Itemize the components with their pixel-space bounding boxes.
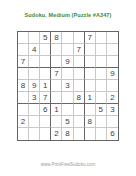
cell-r4c4: 7 [51,68,62,80]
cell-r7c6 [74,104,85,116]
cell-r4c9: 9 [107,68,118,80]
cell-r2c6: 7 [74,44,85,56]
cell-r5c9 [107,80,118,92]
cell-r2c5 [62,44,73,56]
cell-r3c1: 7 [18,56,29,68]
cell-r7c5 [62,104,73,116]
cell-r7c9: 3 [107,104,118,116]
cell-r7c7 [85,104,96,116]
cell-r4c2 [29,68,40,80]
cell-r1c3: 5 [40,32,51,44]
cell-r3c3 [40,56,51,68]
cell-r2c1 [18,44,29,56]
cell-r9c6 [74,128,85,140]
cell-r8c5: 5 [62,116,73,128]
cell-r8c8 [96,116,107,128]
cell-r6c4 [51,92,62,104]
cell-r2c4 [51,44,62,56]
cell-r6c7: 1 [85,92,96,104]
page-title: Sudoku, Medium (Puzzle #A347) [0,12,136,18]
cell-r8c1: 2 [18,116,29,128]
cell-r2c2: 4 [29,44,40,56]
cell-r1c6 [74,32,85,44]
cell-r1c2 [29,32,40,44]
cell-r8c7: 8 [85,116,96,128]
cell-r4c6 [74,68,85,80]
cell-r9c3 [40,128,51,140]
cell-r9c5: 8 [62,128,73,140]
cell-r6c3: 7 [40,92,51,104]
cell-r9c8 [96,128,107,140]
cell-r2c3 [40,44,51,56]
cell-r4c1 [18,68,29,80]
cell-r7c4: 1 [51,104,62,116]
cell-r1c5 [62,32,73,44]
cell-r3c8 [96,56,107,68]
cell-r3c2 [29,56,40,68]
cell-r5c7 [85,80,96,92]
cell-r5c8 [96,80,107,92]
cell-r8c3 [40,116,51,128]
cell-r9c2 [29,128,40,140]
cell-r7c1 [18,104,29,116]
cell-r4c5 [62,68,73,80]
cell-r2c9 [107,44,118,56]
cell-r5c2: 9 [29,80,40,92]
cell-r6c2: 3 [29,92,40,104]
cell-r5c3: 1 [40,80,51,92]
cell-r9c4: 2 [51,128,62,140]
sudoku-board: 5874779798913378126153258286 [17,31,119,141]
cell-r8c4 [51,116,62,128]
cell-r9c7 [85,128,96,140]
cell-r8c6 [74,116,85,128]
cell-r1c4: 8 [51,32,62,44]
cell-r7c8: 5 [96,104,107,116]
cell-r4c3 [40,68,51,80]
cell-r9c9: 6 [107,128,118,140]
cell-r1c8 [96,32,107,44]
cell-r1c1 [18,32,29,44]
cell-r3c5: 9 [62,56,73,68]
cell-r4c8 [96,68,107,80]
cell-r6c8 [96,92,107,104]
cell-r3c7 [85,56,96,68]
cell-r2c8 [96,44,107,56]
cell-r9c1 [18,128,29,140]
cell-r5c4 [51,80,62,92]
cell-r5c5: 3 [62,80,73,92]
cell-r3c4 [51,56,62,68]
cell-r1c9 [107,32,118,44]
cell-r5c1: 8 [18,80,29,92]
cell-r3c9 [107,56,118,68]
cell-r2c7 [85,44,96,56]
cell-r5c6 [74,80,85,92]
cell-r7c2 [29,104,40,116]
cell-r8c2 [29,116,40,128]
cell-r8c9 [107,116,118,128]
cell-r3c6 [74,56,85,68]
cell-r7c3: 6 [40,104,51,116]
cell-r4c7 [85,68,96,80]
cell-r6c5 [62,92,73,104]
footer-url: www.PrintFreeSudoku.com [0,162,136,167]
cell-r6c9: 2 [107,92,118,104]
cell-r6c1 [18,92,29,104]
cell-r1c7: 7 [85,32,96,44]
cell-r6c6: 8 [74,92,85,104]
